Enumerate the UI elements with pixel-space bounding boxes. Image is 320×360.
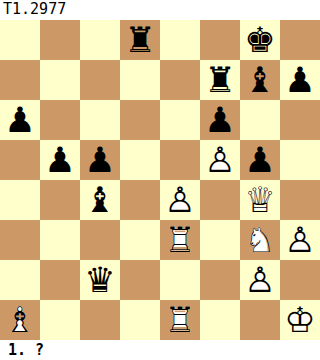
- square-d6[interactable]: [120, 100, 160, 140]
- black-rook[interactable]: ♜: [200, 60, 240, 100]
- black-bishop[interactable]: ♝: [80, 180, 120, 220]
- white-king[interactable]: ♔: [280, 300, 320, 340]
- square-h8[interactable]: [280, 20, 320, 60]
- square-a8[interactable]: [0, 20, 40, 60]
- square-c7[interactable]: [80, 60, 120, 100]
- square-h7[interactable]: ♟: [280, 60, 320, 100]
- puzzle-title: T1.2977: [0, 0, 320, 20]
- black-pawn[interactable]: ♟: [0, 100, 40, 140]
- white-pawn-fill: ♟: [200, 140, 240, 180]
- white-pawn-fill: ♟: [280, 220, 320, 260]
- square-a3[interactable]: [0, 220, 40, 260]
- square-d5[interactable]: [120, 140, 160, 180]
- white-queen-fill: ♛: [240, 180, 280, 220]
- square-g8[interactable]: ♚: [240, 20, 280, 60]
- square-h1[interactable]: ♚♔: [280, 300, 320, 340]
- square-e3[interactable]: ♜♖: [160, 220, 200, 260]
- square-f2[interactable]: [200, 260, 240, 300]
- square-a4[interactable]: [0, 180, 40, 220]
- square-f7[interactable]: ♜: [200, 60, 240, 100]
- white-rook-fill: ♜: [160, 300, 200, 340]
- white-pawn[interactable]: ♙: [160, 180, 200, 220]
- square-a7[interactable]: [0, 60, 40, 100]
- square-g4[interactable]: ♛♕: [240, 180, 280, 220]
- square-e2[interactable]: [160, 260, 200, 300]
- square-g7[interactable]: ♝: [240, 60, 280, 100]
- square-d8[interactable]: ♜: [120, 20, 160, 60]
- white-pawn[interactable]: ♙: [280, 220, 320, 260]
- chess-puzzle-window: T1.2977 ♜♚♜♝♟♟♟♟♟♟♙♟♝♟♙♛♕♜♖♞♘♟♙♛♟♙♝♗♜♖♚♔…: [0, 0, 320, 360]
- square-h5[interactable]: [280, 140, 320, 180]
- white-rook[interactable]: ♖: [160, 300, 200, 340]
- square-c1[interactable]: [80, 300, 120, 340]
- white-rook-fill: ♜: [160, 220, 200, 260]
- square-f4[interactable]: [200, 180, 240, 220]
- square-g2[interactable]: ♟♙: [240, 260, 280, 300]
- white-bishop[interactable]: ♗: [0, 300, 40, 340]
- move-prompt: 1. ?: [0, 340, 320, 360]
- square-e5[interactable]: [160, 140, 200, 180]
- square-a5[interactable]: [0, 140, 40, 180]
- square-f5[interactable]: ♟♙: [200, 140, 240, 180]
- square-b4[interactable]: [40, 180, 80, 220]
- black-pawn[interactable]: ♟: [240, 140, 280, 180]
- square-b1[interactable]: [40, 300, 80, 340]
- black-rook[interactable]: ♜: [120, 20, 160, 60]
- square-f3[interactable]: [200, 220, 240, 260]
- square-b2[interactable]: [40, 260, 80, 300]
- white-pawn-fill: ♟: [160, 180, 200, 220]
- square-e1[interactable]: ♜♖: [160, 300, 200, 340]
- square-c2[interactable]: ♛: [80, 260, 120, 300]
- square-h6[interactable]: [280, 100, 320, 140]
- white-queen[interactable]: ♕: [240, 180, 280, 220]
- square-e8[interactable]: [160, 20, 200, 60]
- square-g1[interactable]: [240, 300, 280, 340]
- black-bishop[interactable]: ♝: [240, 60, 280, 100]
- square-b6[interactable]: [40, 100, 80, 140]
- white-bishop-fill: ♝: [0, 300, 40, 340]
- square-d1[interactable]: [120, 300, 160, 340]
- square-b7[interactable]: [40, 60, 80, 100]
- square-g5[interactable]: ♟: [240, 140, 280, 180]
- white-knight-fill: ♞: [240, 220, 280, 260]
- square-e7[interactable]: [160, 60, 200, 100]
- square-a1[interactable]: ♝♗: [0, 300, 40, 340]
- board: ♜♚♜♝♟♟♟♟♟♟♙♟♝♟♙♛♕♜♖♞♘♟♙♛♟♙♝♗♜♖♚♔: [0, 20, 320, 340]
- square-b8[interactable]: [40, 20, 80, 60]
- square-d2[interactable]: [120, 260, 160, 300]
- square-f6[interactable]: ♟: [200, 100, 240, 140]
- black-pawn[interactable]: ♟: [280, 60, 320, 100]
- square-a2[interactable]: [0, 260, 40, 300]
- square-h2[interactable]: [280, 260, 320, 300]
- square-b3[interactable]: [40, 220, 80, 260]
- white-pawn[interactable]: ♙: [200, 140, 240, 180]
- white-pawn-fill: ♟: [240, 260, 280, 300]
- black-queen[interactable]: ♛: [80, 260, 120, 300]
- black-pawn[interactable]: ♟: [80, 140, 120, 180]
- black-pawn[interactable]: ♟: [40, 140, 80, 180]
- square-b5[interactable]: ♟: [40, 140, 80, 180]
- square-f8[interactable]: [200, 20, 240, 60]
- white-rook[interactable]: ♖: [160, 220, 200, 260]
- square-c6[interactable]: [80, 100, 120, 140]
- square-c5[interactable]: ♟: [80, 140, 120, 180]
- square-e6[interactable]: [160, 100, 200, 140]
- white-knight[interactable]: ♘: [240, 220, 280, 260]
- square-e4[interactable]: ♟♙: [160, 180, 200, 220]
- square-h4[interactable]: [280, 180, 320, 220]
- square-f1[interactable]: [200, 300, 240, 340]
- square-c8[interactable]: [80, 20, 120, 60]
- square-c4[interactable]: ♝: [80, 180, 120, 220]
- square-h3[interactable]: ♟♙: [280, 220, 320, 260]
- square-g6[interactable]: [240, 100, 280, 140]
- square-a6[interactable]: ♟: [0, 100, 40, 140]
- square-d3[interactable]: [120, 220, 160, 260]
- white-king-fill: ♚: [280, 300, 320, 340]
- black-king[interactable]: ♚: [240, 20, 280, 60]
- square-g3[interactable]: ♞♘: [240, 220, 280, 260]
- square-c3[interactable]: [80, 220, 120, 260]
- black-pawn[interactable]: ♟: [200, 100, 240, 140]
- square-d7[interactable]: [120, 60, 160, 100]
- white-pawn[interactable]: ♙: [240, 260, 280, 300]
- square-d4[interactable]: [120, 180, 160, 220]
